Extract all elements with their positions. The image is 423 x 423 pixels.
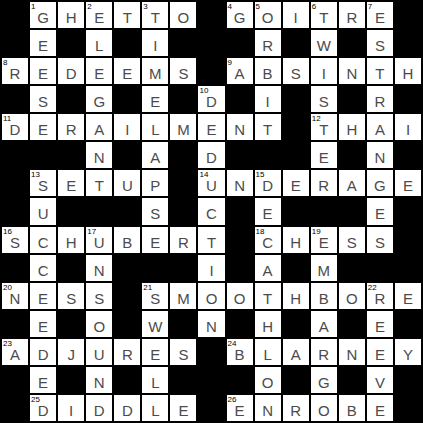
black-cell-11-0 [2,311,28,337]
cell-letter: E [122,66,132,81]
cell-letter: E [375,319,385,334]
cell-10-0[interactable]: 20N [2,283,28,309]
cell-letter: R [318,178,329,193]
cell-9-3[interactable]: N [86,255,112,281]
black-cell-13-14 [395,367,421,393]
cell-0-3[interactable]: 2E [86,2,112,28]
black-cell-13-4 [114,367,140,393]
cell-13-9[interactable]: O [255,367,281,393]
cell-11-5[interactable]: W [142,311,168,337]
cell-letter: U [94,235,105,250]
cell-6-13[interactable]: G [367,170,393,196]
cell-letter: V [375,375,385,390]
cell-letter: D [206,150,217,165]
cell-letter: E [235,403,245,418]
black-cell-5-4 [114,142,140,168]
cell-letter: N [374,150,385,165]
cell-8-7[interactable]: T [198,227,224,253]
cell-3-7[interactable]: 10D [198,86,224,112]
cell-10-5[interactable]: 21S [142,283,168,309]
cell-4-13[interactable]: A [367,114,393,140]
black-cell-9-13 [367,255,393,281]
cell-letter: A [347,178,357,193]
clue-number: 7 [368,2,372,11]
cell-2-5[interactable]: M [142,58,168,84]
cell-letter: C [38,263,49,278]
cell-letter: B [347,403,357,418]
black-cell-7-12 [339,198,365,224]
cell-4-5[interactable]: L [142,114,168,140]
cell-0-12[interactable]: R [339,2,365,28]
cell-letter: B [235,347,245,362]
cell-1-11[interactable]: W [311,30,337,56]
cell-0-5[interactable]: 3T [142,2,168,28]
cell-8-10[interactable]: H [283,227,309,253]
cell-letter: O [346,291,358,306]
cell-1-13[interactable]: S [367,30,393,56]
cell-12-1[interactable]: D [30,339,56,365]
cell-letter: N [94,375,105,390]
clue-number: 8 [3,58,7,67]
cell-letter: H [66,10,77,25]
cell-2-11[interactable]: I [311,58,337,84]
clue-number: 19 [312,227,321,236]
cell-12-4[interactable]: R [114,339,140,365]
cell-0-13[interactable]: 7E [367,2,393,28]
cell-letter: R [374,291,385,306]
cell-12-2[interactable]: J [58,339,84,365]
cell-letter: O [93,319,105,334]
clue-number: 20 [3,283,12,292]
cell-1-1[interactable]: E [30,30,56,56]
cell-4-8[interactable]: N [227,114,253,140]
cell-letter: N [262,403,273,418]
cell-8-1[interactable]: C [30,227,56,253]
cell-0-9[interactable]: 5O [255,2,281,28]
cell-12-14[interactable]: Y [395,339,421,365]
black-cell-5-10 [283,142,309,168]
cell-letter: A [150,150,160,165]
clue-number: 3 [143,2,147,11]
cell-12-12[interactable]: N [339,339,365,365]
clue-number: 22 [368,283,377,292]
cell-letter: D [10,122,21,137]
cell-10-3[interactable]: S [86,283,112,309]
cell-10-10[interactable]: H [283,283,309,309]
clue-number: 18 [256,227,265,236]
cell-11-11[interactable]: A [311,311,337,337]
cell-4-12[interactable]: H [339,114,365,140]
cell-1-5[interactable]: I [142,30,168,56]
cell-8-6[interactable]: R [170,227,196,253]
cell-2-2[interactable]: D [58,58,84,84]
black-cell-3-0 [2,86,28,112]
black-cell-3-2 [58,86,84,112]
cell-letter: T [207,235,216,250]
cell-letter: E [403,178,413,193]
clue-number: 16 [3,227,12,236]
cell-8-13[interactable]: S [367,227,393,253]
cell-letter: O [206,291,218,306]
clue-number: 25 [31,395,40,404]
cell-letter: R [374,94,385,109]
cell-2-3[interactable]: E [86,58,112,84]
cell-letter: E [94,10,104,25]
black-cell-5-12 [339,142,365,168]
cell-letter: R [10,66,21,81]
cell-8-4[interactable]: B [114,227,140,253]
cell-letter: G [37,10,49,25]
cell-letter: I [125,122,129,137]
clue-number: 10 [199,86,208,95]
cell-2-13[interactable]: T [367,58,393,84]
clue-number: 21 [143,283,152,292]
cell-letter: N [206,319,217,334]
cell-2-8[interactable]: 9A [227,58,253,84]
cell-5-13[interactable]: N [367,142,393,168]
cell-letter: R [346,10,357,25]
clue-number: 24 [228,339,237,348]
cell-4-4[interactable]: I [114,114,140,140]
cell-8-9[interactable]: 18C [255,227,281,253]
cell-letter: A [291,347,301,362]
cell-14-11[interactable]: O [311,395,337,421]
black-cell-3-10 [283,86,309,112]
cell-8-5[interactable]: E [142,227,168,253]
cell-8-0[interactable]: 16S [2,227,28,253]
cell-6-12[interactable]: A [339,170,365,196]
cell-11-3[interactable]: O [86,311,112,337]
cell-letter: A [263,263,273,278]
cell-14-8[interactable]: 26E [227,395,253,421]
cell-5-11[interactable]: E [311,142,337,168]
cell-letter: G [93,94,105,109]
cell-letter: Y [403,347,413,362]
cell-letter: G [374,178,386,193]
cell-letter: U [122,178,133,193]
cell-letter: N [10,291,21,306]
cell-letter: A [319,319,329,334]
cell-7-9[interactable]: E [255,198,281,224]
cell-12-10[interactable]: A [283,339,309,365]
cell-letter: U [38,206,49,221]
cell-letter: A [10,347,20,362]
cell-letter: S [291,66,301,81]
cell-8-12[interactable]: S [339,227,365,253]
cell-letter: C [262,235,273,250]
cell-letter: N [94,150,105,165]
cell-2-10[interactable]: S [283,58,309,84]
cell-10-1[interactable]: E [30,283,56,309]
cell-0-4[interactable]: T [114,2,140,28]
cell-letter: B [122,235,132,250]
cell-4-7[interactable]: E [198,114,224,140]
cell-12-8[interactable]: 24B [227,339,253,365]
cell-2-0[interactable]: 8R [2,58,28,84]
cell-letter: M [318,263,331,278]
cell-letter: J [67,347,75,362]
cell-3-5[interactable]: E [142,86,168,112]
cell-13-13[interactable]: V [367,367,393,393]
black-cell-2-7 [198,58,224,84]
clue-number: 14 [199,170,208,179]
cell-4-11[interactable]: 12T [311,114,337,140]
cell-14-3[interactable]: D [86,395,112,421]
cell-11-7[interactable]: N [198,311,224,337]
cell-12-5[interactable]: E [142,339,168,365]
cell-letter: B [263,66,273,81]
cell-2-6[interactable]: S [170,58,196,84]
cell-letter: L [263,347,271,362]
cell-5-7[interactable]: D [198,142,224,168]
cell-6-1[interactable]: 13S [30,170,56,196]
black-cell-11-8 [227,311,253,337]
cell-6-14[interactable]: E [395,170,421,196]
cell-0-11[interactable]: 6T [311,2,337,28]
cell-6-9[interactable]: 15D [255,170,281,196]
cell-14-10[interactable]: R [283,395,309,421]
cell-2-9[interactable]: B [255,58,281,84]
black-cell-11-2 [58,311,84,337]
cell-8-2[interactable]: H [58,227,84,253]
cell-letter: E [319,150,329,165]
black-cell-3-6 [170,86,196,112]
cell-letter: D [122,403,133,418]
cell-letter: L [95,38,103,53]
black-cell-1-10 [283,30,309,56]
cell-7-5[interactable]: S [142,198,168,224]
cell-letter: I [209,263,213,278]
black-cell-11-4 [114,311,140,337]
black-cell-3-14 [395,86,421,112]
black-cell-7-11 [311,198,337,224]
cell-letter: E [38,291,48,306]
cell-10-11[interactable]: B [311,283,337,309]
cell-letter: S [178,347,188,362]
cell-8-11[interactable]: 19E [311,227,337,253]
black-cell-13-6 [170,367,196,393]
black-cell-13-10 [283,367,309,393]
cell-12-0[interactable]: 23A [2,339,28,365]
cell-10-6[interactable]: M [170,283,196,309]
black-cell-7-8 [227,198,253,224]
cell-14-9[interactable]: N [255,395,281,421]
cell-6-11[interactable]: R [311,170,337,196]
cell-letter: L [151,403,159,418]
cell-letter: G [234,10,246,25]
cell-4-9[interactable]: T [255,114,281,140]
cell-letter: S [375,38,385,53]
cell-10-9[interactable]: T [255,283,281,309]
cell-11-9[interactable]: H [255,311,281,337]
cell-letter: E [291,178,301,193]
cell-9-9[interactable]: A [255,255,281,281]
cell-14-1[interactable]: 25D [30,395,56,421]
cell-letter: A [94,122,104,137]
cell-6-8[interactable]: N [227,170,253,196]
cell-6-7[interactable]: 14U [198,170,224,196]
clue-number: 15 [256,170,265,179]
cell-7-1[interactable]: U [30,198,56,224]
cell-10-7[interactable]: O [198,283,224,309]
cell-letter: O [178,10,190,25]
cell-3-11[interactable]: S [311,86,337,112]
black-cell-12-7 [198,339,224,365]
cell-0-10[interactable]: I [283,2,309,28]
black-cell-11-6 [170,311,196,337]
black-cell-13-7 [198,367,224,393]
cell-9-7[interactable]: I [198,255,224,281]
cell-10-13[interactable]: 22R [367,283,393,309]
cell-9-1[interactable]: C [30,255,56,281]
cell-6-5[interactable]: P [142,170,168,196]
cell-14-12[interactable]: B [339,395,365,421]
cell-letter: E [375,347,385,362]
cell-6-3[interactable]: T [86,170,112,196]
cell-letter: D [38,403,49,418]
cell-letter: L [151,375,159,390]
black-cell-9-10 [283,255,309,281]
black-cell-13-0 [2,367,28,393]
cell-1-9[interactable]: R [255,30,281,56]
cell-2-12[interactable]: N [339,58,365,84]
cell-letter: R [178,235,189,250]
black-cell-7-3 [86,198,112,224]
cell-letter: S [38,94,48,109]
cell-letter: E [263,206,273,221]
black-cell-9-12 [339,255,365,281]
cell-12-9[interactable]: L [255,339,281,365]
cell-13-1[interactable]: E [30,367,56,393]
cell-letter: E [375,206,385,221]
cell-4-0[interactable]: 11D [2,114,28,140]
cell-10-12[interactable]: O [339,283,365,309]
cell-letter: T [375,66,384,81]
black-cell-1-7 [198,30,224,56]
black-cell-5-14 [395,142,421,168]
cell-6-2[interactable]: E [58,170,84,196]
cell-10-2[interactable]: S [58,283,84,309]
cell-11-13[interactable]: E [367,311,393,337]
cell-letter: S [10,235,20,250]
cell-3-1[interactable]: S [30,86,56,112]
cell-letter: M [177,291,190,306]
cell-letter: R [290,403,301,418]
cell-6-10[interactable]: E [283,170,309,196]
cell-14-6[interactable]: E [170,395,196,421]
cell-0-1[interactable]: 1G [30,2,56,28]
cell-13-11[interactable]: G [311,367,337,393]
black-cell-5-6 [170,142,196,168]
cell-4-6[interactable]: M [170,114,196,140]
cell-1-3[interactable]: L [86,30,112,56]
cell-letter: D [206,94,217,109]
black-cell-14-14 [395,395,421,421]
cell-5-3[interactable]: N [86,142,112,168]
black-cell-7-2 [58,198,84,224]
cell-0-6[interactable]: O [170,2,196,28]
cell-2-4[interactable]: E [114,58,140,84]
cell-letter: D [38,347,49,362]
cell-4-3[interactable]: A [86,114,112,140]
cell-letter: E [38,122,48,137]
black-cell-9-5 [142,255,168,281]
cell-letter: A [235,66,245,81]
cell-7-7[interactable]: C [198,198,224,224]
cell-letter: E [150,94,160,109]
cell-letter: D [94,403,105,418]
cell-letter: O [318,403,330,418]
cell-letter: N [94,263,105,278]
cell-9-11[interactable]: M [311,255,337,281]
cell-0-8[interactable]: 4G [227,2,253,28]
cell-0-2[interactable]: H [58,2,84,28]
cell-4-2[interactable]: R [58,114,84,140]
cell-6-4[interactable]: U [114,170,140,196]
cell-10-14[interactable]: E [395,283,421,309]
cell-3-13[interactable]: R [367,86,393,112]
cell-7-13[interactable]: E [367,198,393,224]
cell-8-3[interactable]: 17U [86,227,112,253]
cell-3-3[interactable]: G [86,86,112,112]
cell-letter: I [294,10,298,25]
cell-letter: E [38,319,48,334]
clue-number: 1 [31,2,35,11]
cell-12-11[interactable]: R [311,339,337,365]
cell-14-5[interactable]: L [142,395,168,421]
cell-letter: E [38,66,48,81]
cell-11-1[interactable]: E [30,311,56,337]
clue-number: 13 [31,170,40,179]
cell-12-13[interactable]: E [367,339,393,365]
cell-letter: E [319,235,329,250]
cell-letter: S [347,235,357,250]
cell-letter: I [266,94,270,109]
black-cell-14-7 [198,395,224,421]
cell-12-3[interactable]: U [86,339,112,365]
cell-14-13[interactable]: E [367,395,393,421]
clue-number: 26 [228,395,237,404]
cell-letter: N [234,178,245,193]
cell-4-1[interactable]: E [30,114,56,140]
cell-letter: R [262,38,273,53]
cell-letter: S [94,291,104,306]
cell-10-8[interactable]: O [227,283,253,309]
cell-letter: T [319,122,328,137]
black-cell-14-0 [2,395,28,421]
cell-13-3[interactable]: N [86,367,112,393]
cell-5-5[interactable]: A [142,142,168,168]
cell-letter: H [290,235,301,250]
cell-letter: S [178,66,188,81]
cell-2-1[interactable]: E [30,58,56,84]
cell-letter: M [177,122,190,137]
cell-12-6[interactable]: S [170,339,196,365]
cell-letter: I [153,38,157,53]
black-cell-5-8 [227,142,253,168]
cell-letter: I [69,403,73,418]
cell-letter: T [263,122,272,137]
cell-13-5[interactable]: L [142,367,168,393]
cell-3-9[interactable]: I [255,86,281,112]
black-cell-1-12 [339,30,365,56]
cell-2-14[interactable]: H [395,58,421,84]
black-cell-8-14 [395,227,421,253]
black-cell-8-8 [227,227,253,253]
cell-4-14[interactable]: I [395,114,421,140]
cell-14-2[interactable]: I [58,395,84,421]
cell-14-4[interactable]: D [114,395,140,421]
